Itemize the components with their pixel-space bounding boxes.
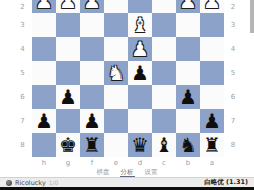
square-a6[interactable] [200, 85, 224, 109]
file-label-d: d [128, 157, 152, 168]
rank-labels-right: 2345678 [225, 0, 241, 157]
square-h8[interactable] [32, 133, 56, 157]
piece-white-bishop[interactable]: ♝ [128, 13, 152, 37]
square-e8[interactable] [104, 133, 128, 157]
square-b7[interactable] [176, 109, 200, 133]
square-b6[interactable]: ♟ [176, 85, 200, 109]
square-h6[interactable] [32, 85, 56, 109]
player-info[interactable]: Ricolucky 1/0 [6, 179, 58, 187]
rank-label-left-8: 8 [14, 133, 31, 157]
player-avatar-icon [6, 180, 12, 186]
file-label-f: f [80, 157, 104, 168]
square-f2[interactable]: ♟ [80, 0, 104, 13]
square-d3[interactable]: ♝ [128, 13, 152, 37]
piece-black-pawn[interactable]: ♟ [32, 109, 56, 133]
square-f4[interactable] [80, 37, 104, 61]
square-c8[interactable]: ♝ [152, 133, 176, 157]
file-label-e: e [104, 157, 128, 168]
square-e6[interactable] [104, 85, 128, 109]
rank-label-right-4: 4 [225, 37, 241, 61]
square-e5[interactable]: ♞ [104, 61, 128, 85]
chess-analysis-screen: 2345678 ♟♟♟♟♟♝♟♞♟♟♟♟♟♟♚♜♛♝♞♜ 2345678 hgf… [0, 0, 254, 190]
square-g3[interactable] [56, 13, 80, 37]
square-d2[interactable] [128, 0, 152, 13]
status-bar: Ricolucky 1/0 白略优 (1.31) [0, 177, 254, 187]
square-a2[interactable]: ♟ [200, 0, 224, 13]
rank-label-right-2: 2 [225, 0, 241, 13]
file-label-c: c [152, 157, 176, 168]
rank-label-right-5: 5 [225, 61, 241, 85]
square-e7[interactable] [104, 109, 128, 133]
file-labels: hgfedcba [32, 157, 224, 168]
rank-label-left-3: 3 [14, 13, 31, 37]
square-h7[interactable]: ♟ [32, 109, 56, 133]
scrollbar-thumb[interactable] [250, 0, 254, 33]
square-c4[interactable] [152, 37, 176, 61]
bottom-edge-strip [0, 187, 254, 190]
piece-black-pawn[interactable]: ♟ [128, 61, 152, 85]
square-e3[interactable] [104, 13, 128, 37]
piece-white-pawn[interactable]: ♟ [200, 0, 224, 13]
rank-label-left-4: 4 [14, 37, 31, 61]
square-a4[interactable] [200, 37, 224, 61]
square-e4[interactable] [104, 37, 128, 61]
file-label-a: a [200, 157, 224, 168]
piece-black-pawn[interactable]: ♟ [200, 109, 224, 133]
piece-black-pawn[interactable]: ♟ [80, 109, 104, 133]
square-f5[interactable] [80, 61, 104, 85]
piece-white-knight[interactable]: ♞ [104, 61, 128, 85]
square-g6[interactable]: ♟ [56, 85, 80, 109]
player-score: 1/0 [49, 179, 59, 186]
square-c2[interactable] [152, 0, 176, 13]
square-d4[interactable]: ♟ [128, 37, 152, 61]
square-h4[interactable] [32, 37, 56, 61]
square-b3[interactable] [176, 13, 200, 37]
file-label-h: h [32, 157, 56, 168]
square-c7[interactable] [152, 109, 176, 133]
square-g5[interactable] [56, 61, 80, 85]
square-h2[interactable]: ♟ [32, 0, 56, 13]
piece-white-pawn[interactable]: ♟ [128, 37, 152, 61]
evaluation-text: 白略优 (1.31) [204, 178, 248, 187]
file-label-b: b [176, 157, 200, 168]
square-h5[interactable] [32, 61, 56, 85]
square-b4[interactable] [176, 37, 200, 61]
square-f6[interactable] [80, 85, 104, 109]
piece-white-pawn[interactable]: ♟ [176, 0, 200, 13]
square-g4[interactable] [56, 37, 80, 61]
rank-label-left-2: 2 [14, 0, 31, 13]
rank-label-right-6: 6 [225, 85, 241, 109]
piece-white-pawn[interactable]: ♟ [32, 0, 56, 13]
square-d6[interactable] [128, 85, 152, 109]
rank-label-right-7: 7 [225, 109, 241, 133]
square-f3[interactable] [80, 13, 104, 37]
square-a5[interactable] [200, 61, 224, 85]
player-name: Ricolucky [15, 179, 46, 187]
rank-label-right-3: 3 [225, 13, 241, 37]
piece-black-rook[interactable]: ♜ [80, 133, 104, 157]
piece-black-rook[interactable]: ♜ [200, 133, 224, 157]
square-f8[interactable]: ♜ [80, 133, 104, 157]
piece-white-pawn[interactable]: ♟ [56, 0, 80, 13]
piece-black-king[interactable]: ♚ [56, 133, 80, 157]
square-g2[interactable]: ♟ [56, 0, 80, 13]
square-d7[interactable] [128, 109, 152, 133]
piece-white-pawn[interactable]: ♟ [80, 0, 104, 13]
piece-black-pawn[interactable]: ♟ [176, 85, 200, 109]
tab-board[interactable]: 棋盘 [96, 168, 111, 177]
rank-labels-left: 2345678 [14, 0, 31, 157]
tab-bar: 棋盘 分析 设置 [0, 168, 254, 177]
piece-black-knight[interactable]: ♞ [176, 133, 200, 157]
square-c5[interactable] [152, 61, 176, 85]
square-e2[interactable] [104, 0, 128, 13]
square-c6[interactable] [152, 85, 176, 109]
board: ♟♟♟♟♟♝♟♞♟♟♟♟♟♟♚♜♛♝♞♜ [32, 0, 224, 157]
square-a8[interactable]: ♜ [200, 133, 224, 157]
square-d5[interactable]: ♟ [128, 61, 152, 85]
tab-analysis[interactable]: 分析 [120, 168, 135, 177]
rank-label-right-8: 8 [225, 133, 241, 157]
square-g7[interactable] [56, 109, 80, 133]
square-b5[interactable] [176, 61, 200, 85]
file-label-g: g [56, 157, 80, 168]
piece-black-bishop[interactable]: ♝ [152, 133, 176, 157]
rank-label-left-5: 5 [14, 61, 31, 85]
tab-settings[interactable]: 设置 [144, 168, 159, 177]
square-b8[interactable]: ♞ [176, 133, 200, 157]
rank-label-left-7: 7 [14, 109, 31, 133]
square-g8[interactable]: ♚ [56, 133, 80, 157]
rank-label-left-6: 6 [14, 85, 31, 109]
square-d8[interactable]: ♛ [128, 133, 152, 157]
piece-black-queen[interactable]: ♛ [128, 133, 152, 157]
square-h3[interactable] [32, 13, 56, 37]
square-f7[interactable]: ♟ [80, 109, 104, 133]
piece-black-pawn[interactable]: ♟ [56, 85, 80, 109]
square-a3[interactable] [200, 13, 224, 37]
square-c3[interactable] [152, 13, 176, 37]
square-a7[interactable]: ♟ [200, 109, 224, 133]
square-b2[interactable]: ♟ [176, 0, 200, 13]
